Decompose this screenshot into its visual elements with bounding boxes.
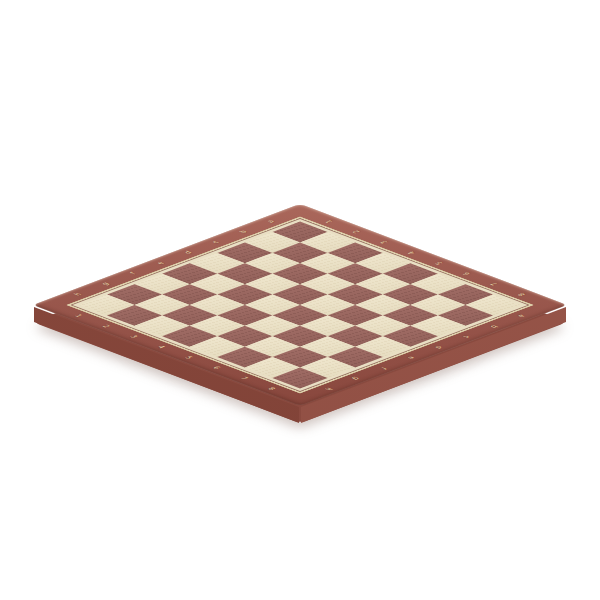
coord-bottom-2: 2: [101, 324, 111, 328]
coord-left-f: f: [129, 272, 138, 275]
coord-right-f: f: [379, 366, 388, 369]
coord-bottom-5: 5: [183, 356, 193, 360]
product-photo-scene: 1234567812345678abcdefghabcdefgh: [0, 0, 600, 600]
coord-left-d: d: [183, 251, 193, 255]
coord-top-7: 7: [489, 282, 499, 286]
coord-top-6: 6: [461, 271, 471, 275]
coord-left-b: b: [239, 230, 249, 234]
coord-bottom-3: 3: [128, 335, 138, 339]
coord-left-a: a: [266, 219, 276, 223]
coord-bottom-6: 6: [211, 366, 221, 370]
coord-bottom-4: 4: [156, 345, 166, 349]
coord-right-a: a: [517, 314, 527, 318]
coord-left-h: h: [73, 292, 83, 296]
coord-top-5: 5: [434, 261, 444, 265]
coord-top-8: 8: [516, 292, 526, 296]
coord-top-1: 1: [323, 219, 333, 223]
coord-bottom-1: 1: [73, 314, 83, 318]
coord-bottom-7: 7: [239, 376, 249, 380]
coord-top-4: 4: [406, 251, 416, 255]
coord-right-e: e: [406, 356, 416, 360]
coord-bottom-8: 8: [266, 387, 276, 391]
coord-right-h: h: [323, 387, 333, 391]
coord-right-g: g: [351, 376, 361, 380]
coord-left-c: c: [211, 240, 221, 244]
coord-right-b: b: [489, 324, 499, 328]
coord-left-g: g: [101, 282, 111, 286]
coord-right-c: c: [462, 335, 472, 339]
coord-left-e: e: [156, 261, 166, 265]
coord-right-d: d: [434, 345, 444, 349]
coord-top-3: 3: [379, 240, 389, 244]
coord-top-2: 2: [351, 230, 361, 234]
